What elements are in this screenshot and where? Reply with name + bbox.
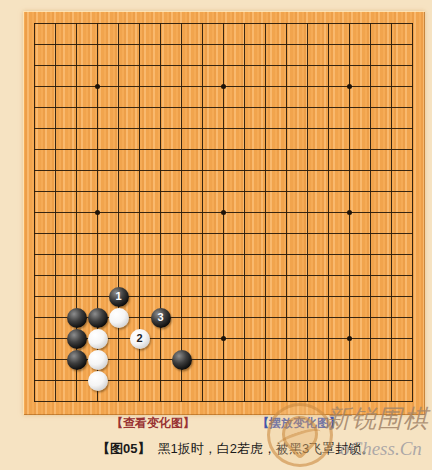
black-stone bbox=[67, 329, 87, 349]
white-stone: 2 bbox=[130, 329, 150, 349]
move-number: 1 bbox=[115, 291, 121, 302]
star-point bbox=[221, 210, 226, 215]
board-grid: 132 bbox=[34, 23, 413, 402]
black-stone: 1 bbox=[109, 287, 129, 307]
star-point bbox=[347, 336, 352, 341]
white-stone bbox=[88, 371, 108, 391]
star-point bbox=[221, 336, 226, 341]
black-stone bbox=[88, 308, 108, 328]
caption-text: 黑1扳时，白2若虎，被黑3飞罩封锁。 bbox=[157, 441, 374, 456]
go-board: 132 bbox=[23, 11, 425, 415]
view-variation-link[interactable]: 【查看变化图】 bbox=[111, 416, 195, 431]
move-number: 2 bbox=[136, 333, 142, 344]
star-point bbox=[95, 210, 100, 215]
white-stone bbox=[109, 308, 129, 328]
place-variation-link[interactable]: 【摆放变化图】 bbox=[257, 416, 341, 431]
white-stone bbox=[88, 350, 108, 370]
move-number: 3 bbox=[157, 312, 163, 323]
star-point bbox=[95, 84, 100, 89]
black-stone bbox=[172, 350, 192, 370]
go-diagram-page: 132 【查看变化图】 【摆放变化图】 【图05】黑1扳时，白2若虎，被黑3飞罩… bbox=[0, 0, 432, 470]
diagram-caption: 【图05】黑1扳时，白2若虎，被黑3飞罩封锁。 bbox=[97, 440, 427, 458]
star-point bbox=[347, 84, 352, 89]
star-point bbox=[221, 84, 226, 89]
black-stone bbox=[67, 308, 87, 328]
black-stone: 3 bbox=[151, 308, 171, 328]
diagram-number: 【图05】 bbox=[97, 441, 150, 456]
black-stone bbox=[67, 350, 87, 370]
star-point bbox=[347, 210, 352, 215]
white-stone bbox=[88, 329, 108, 349]
